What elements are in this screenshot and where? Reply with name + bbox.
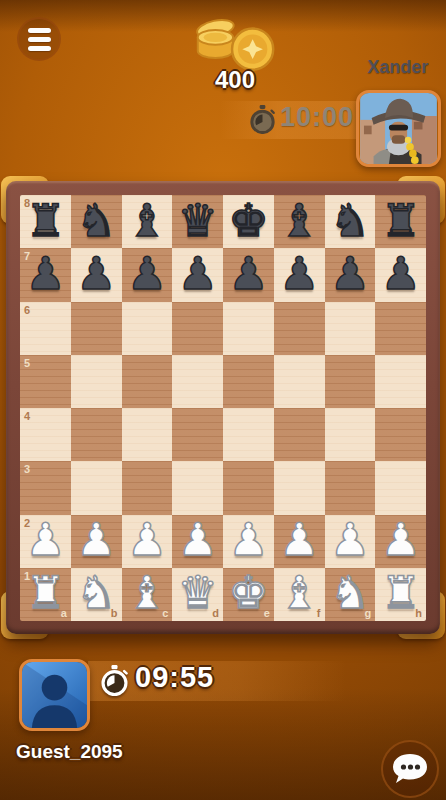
square-b7[interactable]: ♟: [71, 248, 122, 301]
square-c1[interactable]: c♝: [122, 568, 173, 621]
square-d7[interactable]: ♟: [172, 248, 223, 301]
opponent-clock: 10:00: [280, 102, 354, 133]
menu-button[interactable]: [17, 17, 61, 61]
square-b1[interactable]: b♞: [71, 568, 122, 621]
square-a6[interactable]: 6: [20, 302, 71, 355]
square-h1[interactable]: h♜: [375, 568, 426, 621]
rank-label: 2: [24, 518, 30, 529]
square-c7[interactable]: ♟: [122, 248, 173, 301]
chess-board: 8♜♞♝♛♚♝♞♜7♟♟♟♟♟♟♟♟65432♟♟♟♟♟♟♟♟1a♜b♞c♝d♛…: [6, 181, 440, 634]
player-avatar[interactable]: [19, 659, 90, 731]
board-frame: 8♜♞♝♛♚♝♞♜7♟♟♟♟♟♟♟♟65432♟♟♟♟♟♟♟♟1a♜b♞c♝d♛…: [6, 181, 440, 634]
piece-white-pawn: ♟: [177, 517, 217, 562]
square-c4[interactable]: [122, 408, 173, 461]
square-e5[interactable]: [223, 355, 274, 408]
square-c5[interactable]: [122, 355, 173, 408]
square-g3[interactable]: [325, 461, 376, 514]
square-c6[interactable]: [122, 302, 173, 355]
file-label: c: [162, 608, 168, 619]
square-e1[interactable]: e♚: [223, 568, 274, 621]
piece-white-pawn: ♟: [76, 517, 116, 562]
rank-label: 5: [24, 358, 30, 369]
square-a8[interactable]: 8♜: [20, 195, 71, 248]
square-g4[interactable]: [325, 408, 376, 461]
square-d4[interactable]: [172, 408, 223, 461]
rank-label: 7: [24, 251, 30, 262]
square-e2[interactable]: ♟: [223, 515, 274, 568]
square-d1[interactable]: d♛: [172, 568, 223, 621]
piece-black-pawn: ♟: [279, 251, 319, 296]
square-h7[interactable]: ♟: [375, 248, 426, 301]
piece-black-pawn: ♟: [177, 251, 217, 296]
gold-coins-icon[interactable]: [186, 8, 284, 72]
square-a3[interactable]: 3: [20, 461, 71, 514]
square-h8[interactable]: ♜: [375, 195, 426, 248]
square-g6[interactable]: [325, 302, 376, 355]
piece-black-pawn: ♟: [76, 251, 116, 296]
square-g2[interactable]: ♟: [325, 515, 376, 568]
piece-black-rook: ♜: [25, 198, 65, 243]
piece-white-king: ♚: [228, 570, 268, 615]
piece-white-queen: ♛: [177, 570, 217, 615]
piece-white-pawn: ♟: [228, 517, 268, 562]
square-c8[interactable]: ♝: [122, 195, 173, 248]
chat-button[interactable]: [381, 740, 439, 798]
square-g8[interactable]: ♞: [325, 195, 376, 248]
square-f5[interactable]: [274, 355, 325, 408]
piece-black-pawn: ♟: [127, 251, 167, 296]
square-c2[interactable]: ♟: [122, 515, 173, 568]
square-d3[interactable]: [172, 461, 223, 514]
piece-white-rook: ♜: [380, 570, 420, 615]
piece-black-pawn: ♟: [330, 251, 370, 296]
square-d8[interactable]: ♛: [172, 195, 223, 248]
piece-black-bishop: ♝: [279, 198, 319, 243]
square-g5[interactable]: [325, 355, 376, 408]
square-b4[interactable]: [71, 408, 122, 461]
square-e3[interactable]: [223, 461, 274, 514]
square-b5[interactable]: [71, 355, 122, 408]
rank-label: 3: [24, 464, 30, 475]
file-label: g: [365, 608, 372, 619]
file-label: e: [264, 608, 270, 619]
file-label: f: [317, 608, 321, 619]
player-clock: 09:55: [135, 661, 214, 694]
piece-white-pawn: ♟: [330, 517, 370, 562]
square-b8[interactable]: ♞: [71, 195, 122, 248]
square-f6[interactable]: [274, 302, 325, 355]
square-f8[interactable]: ♝: [274, 195, 325, 248]
piece-white-bishop: ♝: [279, 570, 319, 615]
piece-black-queen: ♛: [177, 198, 217, 243]
square-f7[interactable]: ♟: [274, 248, 325, 301]
square-e4[interactable]: [223, 408, 274, 461]
chat-bubble-icon: [390, 752, 430, 786]
square-a2[interactable]: 2♟: [20, 515, 71, 568]
rank-label: 6: [24, 305, 30, 316]
chess-game-screen: 400 Xander 10:00: [0, 0, 446, 800]
square-h6[interactable]: [375, 302, 426, 355]
coin-stack: [196, 17, 274, 70]
stopwatch-icon: [249, 105, 276, 134]
piece-white-pawn: ♟: [279, 517, 319, 562]
square-h4[interactable]: [375, 408, 426, 461]
piece-white-knight: ♞: [330, 570, 370, 615]
piece-white-pawn: ♟: [127, 517, 167, 562]
square-b3[interactable]: [71, 461, 122, 514]
square-f4[interactable]: [274, 408, 325, 461]
rank-label: 1: [24, 571, 30, 582]
square-a1[interactable]: 1a♜: [20, 568, 71, 621]
piece-black-pawn: ♟: [25, 251, 65, 296]
rank-label: 8: [24, 198, 30, 209]
piece-black-knight: ♞: [76, 198, 116, 243]
piece-white-rook: ♜: [25, 570, 65, 615]
file-label: a: [61, 608, 67, 619]
file-label: h: [415, 608, 422, 619]
square-a5[interactable]: 5: [20, 355, 71, 408]
square-a4[interactable]: 4: [20, 408, 71, 461]
square-e7[interactable]: ♟: [223, 248, 274, 301]
piece-white-pawn: ♟: [25, 517, 65, 562]
piece-black-rook: ♜: [380, 198, 420, 243]
square-b2[interactable]: ♟: [71, 515, 122, 568]
coins-amount: 400: [168, 66, 302, 94]
square-g7[interactable]: ♟: [325, 248, 376, 301]
square-e6[interactable]: [223, 302, 274, 355]
square-d5[interactable]: [172, 355, 223, 408]
square-f2[interactable]: ♟: [274, 515, 325, 568]
square-d2[interactable]: ♟: [172, 515, 223, 568]
piece-black-pawn: ♟: [380, 251, 420, 296]
opponent-name: Xander: [352, 57, 444, 78]
square-d6[interactable]: [172, 302, 223, 355]
board-grid: 8♜♞♝♛♚♝♞♜7♟♟♟♟♟♟♟♟65432♟♟♟♟♟♟♟♟1a♜b♞c♝d♛…: [20, 195, 426, 621]
square-c3[interactable]: [122, 461, 173, 514]
square-f3[interactable]: [274, 461, 325, 514]
piece-black-knight: ♞: [330, 198, 370, 243]
piece-black-king: ♚: [228, 198, 268, 243]
hamburger-icon: [28, 28, 51, 33]
square-g1[interactable]: g♞: [325, 568, 376, 621]
player-name: Guest_2095: [16, 741, 123, 763]
file-label: b: [111, 608, 118, 619]
piece-white-pawn: ♟: [380, 517, 420, 562]
file-label: d: [212, 608, 219, 619]
piece-black-pawn: ♟: [228, 251, 268, 296]
stopwatch-icon: [100, 665, 129, 696]
square-a7[interactable]: 7♟: [20, 248, 71, 301]
square-e8[interactable]: ♚: [223, 195, 274, 248]
square-b6[interactable]: [71, 302, 122, 355]
square-f1[interactable]: f♝: [274, 568, 325, 621]
piece-white-knight: ♞: [76, 570, 116, 615]
square-h2[interactable]: ♟: [375, 515, 426, 568]
opponent-avatar[interactable]: [356, 90, 441, 167]
square-h3[interactable]: [375, 461, 426, 514]
piece-white-bishop: ♝: [127, 570, 167, 615]
piece-black-bishop: ♝: [127, 198, 167, 243]
square-h5[interactable]: [375, 355, 426, 408]
rank-label: 4: [24, 411, 30, 422]
